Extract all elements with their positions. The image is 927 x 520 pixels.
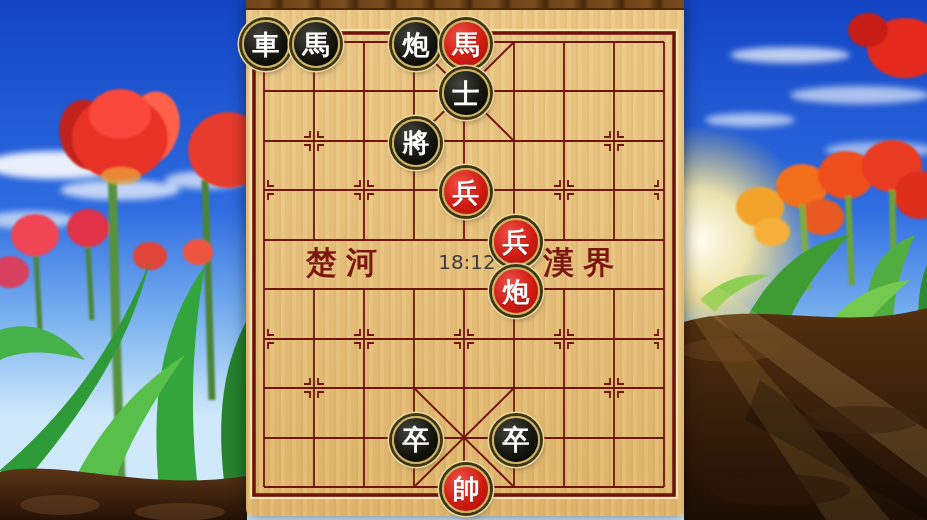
piece-red-general[interactable]: 帥 <box>442 465 490 513</box>
river-label-chu: 楚河 <box>306 243 386 283</box>
screen: 楚河 18:12 漢界 車馬炮馬士將兵兵炮卒卒帥 <box>0 0 927 520</box>
piece-red-soldier[interactable]: 兵 <box>442 168 490 216</box>
piece-red-soldier[interactable]: 兵 <box>492 218 540 266</box>
piece-black-soldier[interactable]: 卒 <box>392 416 440 464</box>
river-label-han: 漢界 <box>543 243 623 283</box>
game-clock: 18:12 <box>434 250 500 274</box>
piece-black-cannon[interactable]: 炮 <box>392 20 440 68</box>
piece-black-chariot[interactable]: 車 <box>242 20 290 68</box>
xiangqi-board: 楚河 18:12 漢界 車馬炮馬士將兵兵炮卒卒帥 <box>246 0 684 516</box>
piece-red-cannon[interactable]: 炮 <box>492 267 540 315</box>
piece-black-horse[interactable]: 馬 <box>292 20 340 68</box>
piece-black-soldier[interactable]: 卒 <box>492 416 540 464</box>
piece-black-general[interactable]: 將 <box>392 119 440 167</box>
piece-red-horse[interactable]: 馬 <box>442 20 490 68</box>
